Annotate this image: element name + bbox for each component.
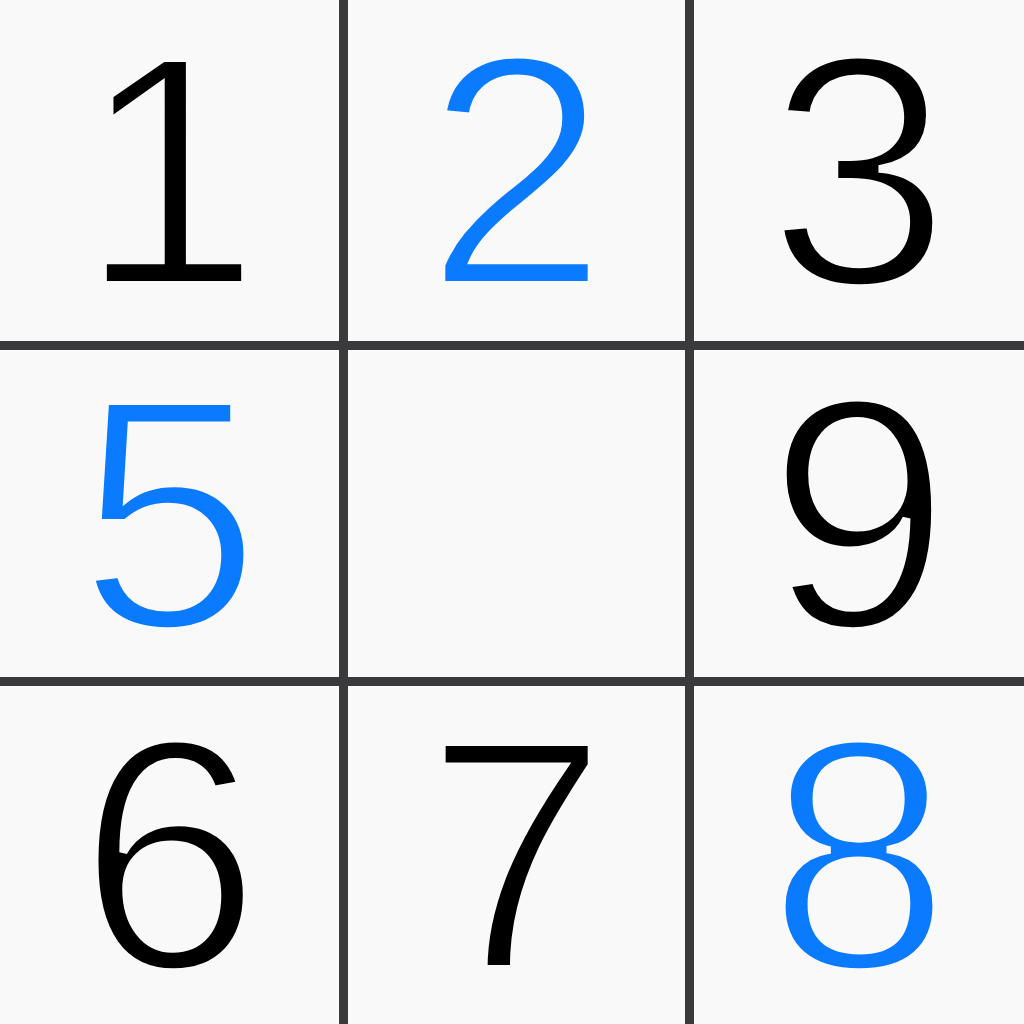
- sudoku-board: 1 2 3 5 9 6 7 8: [0, 0, 1024, 1024]
- sudoku-cell-r1c2[interactable]: 2: [348, 0, 685, 341]
- sudoku-cell-r2c1[interactable]: 5: [0, 350, 339, 677]
- sudoku-cell-r3c3[interactable]: 8: [694, 686, 1024, 1024]
- sudoku-cell-r1c3[interactable]: 3: [694, 0, 1024, 341]
- sudoku-cell-r1c1[interactable]: 1: [0, 0, 339, 341]
- sudoku-cell-r2c3[interactable]: 9: [694, 350, 1024, 677]
- sudoku-cell-r2c2[interactable]: [348, 350, 685, 677]
- sudoku-cell-r3c1[interactable]: 6: [0, 686, 339, 1024]
- sudoku-cell-r3c2[interactable]: 7: [348, 686, 685, 1024]
